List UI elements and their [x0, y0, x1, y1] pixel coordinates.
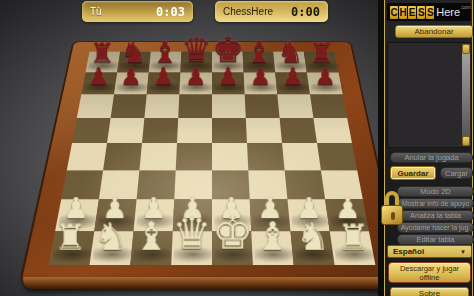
logo-letter: H: [399, 6, 407, 19]
square[interactable]: ♟: [275, 72, 310, 94]
square[interactable]: ♟: [114, 72, 149, 94]
about-button[interactable]: Sobre: [390, 287, 469, 296]
square[interactable]: ♟: [147, 72, 181, 94]
help-move-button[interactable]: Ayúdame hacer la jug.: [397, 222, 474, 233]
square[interactable]: [103, 143, 142, 170]
square[interactable]: [77, 94, 114, 118]
chesshere-logo: C H E S S Here .com: [387, 3, 471, 21]
white-clock: Tù 0:03: [82, 1, 193, 22]
square[interactable]: [177, 118, 212, 143]
square[interactable]: [277, 94, 313, 118]
square[interactable]: ♛: [171, 231, 212, 265]
square[interactable]: [142, 118, 178, 143]
logo-letter: C: [390, 6, 398, 19]
square[interactable]: ♝: [130, 231, 172, 265]
board-grid: ♜♞♝♛♚♝♞♜♟♟♟♟♟♟♟♟♟♟♟♟♟♟♟♟♜♞♝♛♚♝♞♜: [49, 52, 376, 265]
square[interactable]: ♟: [212, 72, 245, 94]
piece-black-pawn[interactable]: ♟: [180, 64, 212, 88]
board-front-edge: [23, 277, 395, 289]
show-support-info-button[interactable]: Mostrar info de apoyo: [397, 198, 474, 209]
square[interactable]: ♚: [212, 231, 253, 265]
black-clock: ChessHere 0:00: [215, 1, 328, 22]
square[interactable]: [280, 118, 317, 143]
square[interactable]: [212, 143, 248, 170]
piece-white-rook[interactable]: ♜: [50, 220, 90, 256]
square[interactable]: ♞: [89, 231, 133, 265]
logo-suffix: Here: [436, 6, 460, 18]
scroll-down-icon[interactable]: [462, 136, 470, 146]
square[interactable]: [107, 118, 144, 143]
piece-white-bishop[interactable]: ♝: [252, 217, 292, 256]
square[interactable]: [67, 143, 107, 170]
sidebar: C H E S S Here .com Abandonar Anular la …: [378, 0, 474, 296]
square[interactable]: [212, 118, 247, 143]
lock-icon: [381, 191, 404, 227]
sidebar-panel: C H E S S Here .com Abandonar Anular la …: [384, 0, 473, 296]
logo-letter: S: [417, 6, 425, 19]
square[interactable]: ♟: [81, 72, 117, 94]
board-scene: ♜♞♝♛♚♝♞♜♟♟♟♟♟♟♟♟♟♟♟♟♟♟♟♟♜♞♝♛♚♝♞♜: [0, 0, 378, 296]
piece-black-pawn[interactable]: ♟: [277, 64, 309, 88]
scrollbar[interactable]: [462, 44, 470, 146]
square[interactable]: [144, 94, 179, 118]
analyze-board-button[interactable]: Analiza la tabla: [397, 210, 474, 221]
square[interactable]: ♞: [290, 231, 334, 265]
piece-black-pawn[interactable]: ♟: [82, 64, 114, 88]
square[interactable]: [246, 118, 282, 143]
square[interactable]: [247, 143, 285, 170]
white-player-name: Tù: [90, 6, 102, 17]
square[interactable]: [317, 143, 357, 170]
piece-black-pawn[interactable]: ♟: [115, 64, 147, 88]
language-select[interactable]: Español ▼: [387, 245, 472, 258]
piece-black-pawn[interactable]: ♟: [309, 64, 341, 88]
square[interactable]: [212, 94, 246, 118]
piece-white-knight[interactable]: ♞: [293, 218, 333, 256]
game-stage: ♜♞♝♛♚♝♞♜♟♟♟♟♟♟♟♟♟♟♟♟♟♟♟♟♜♞♝♛♚♝♞♜ Tù 0:03…: [0, 0, 378, 296]
square[interactable]: ♟: [307, 72, 343, 94]
square[interactable]: [178, 94, 212, 118]
square[interactable]: [282, 143, 321, 170]
language-selected: Español: [393, 247, 424, 256]
chevron-down-icon: ▼: [460, 249, 466, 255]
square[interactable]: [245, 94, 280, 118]
download-offline-button[interactable]: Descargar y jugar offline: [388, 262, 471, 283]
black-clock-time: 0:00: [291, 5, 320, 19]
square[interactable]: ♟: [244, 72, 278, 94]
square[interactable]: [310, 94, 347, 118]
piece-white-king[interactable]: ♚: [212, 210, 252, 256]
undo-move-button[interactable]: Anular la jugada: [390, 152, 473, 163]
abandon-button[interactable]: Abandonar: [395, 25, 473, 38]
edit-board-button[interactable]: Editar tabla: [397, 234, 474, 245]
logo-tld: .com: [460, 4, 471, 10]
square[interactable]: ♝: [251, 231, 293, 265]
piece-white-rook[interactable]: ♜: [333, 220, 373, 256]
piece-white-knight[interactable]: ♞: [91, 218, 131, 256]
square[interactable]: [176, 143, 212, 170]
square[interactable]: ♟: [179, 72, 212, 94]
square[interactable]: ♜: [330, 231, 376, 265]
mode-2d-button[interactable]: Modo 2D: [397, 186, 474, 197]
square[interactable]: [313, 118, 352, 143]
square[interactable]: [111, 94, 147, 118]
square[interactable]: [139, 143, 177, 170]
scroll-up-icon[interactable]: [462, 44, 470, 54]
piece-white-bishop[interactable]: ♝: [131, 217, 171, 256]
load-button[interactable]: Cargar: [440, 167, 473, 179]
logo-letter: S: [426, 6, 434, 19]
white-clock-time: 0:03: [156, 5, 185, 19]
square[interactable]: ♜: [49, 231, 95, 265]
square[interactable]: [72, 118, 111, 143]
logo-letter: E: [408, 6, 416, 19]
chess-board: ♜♞♝♛♚♝♞♜♟♟♟♟♟♟♟♟♟♟♟♟♟♟♟♟♜♞♝♛♚♝♞♜: [21, 42, 402, 282]
black-player-name: ChessHere: [223, 6, 273, 17]
piece-white-queen[interactable]: ♛: [172, 212, 212, 256]
piece-black-pawn[interactable]: ♟: [244, 64, 276, 88]
piece-black-pawn[interactable]: ♟: [147, 64, 179, 88]
save-button[interactable]: Guardar: [390, 166, 436, 180]
move-list-area[interactable]: [387, 42, 472, 148]
piece-black-pawn[interactable]: ♟: [212, 64, 244, 88]
